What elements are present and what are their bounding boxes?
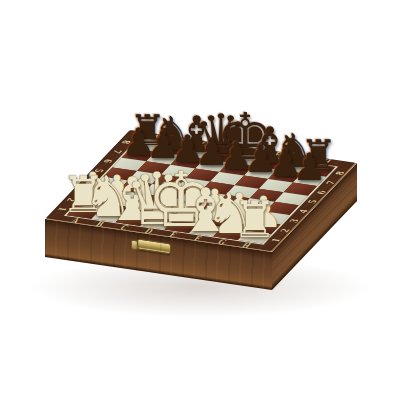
piece-white-rook-h1[interactable]: ♜ [232,195,277,245]
piece-black-pawn-h7[interactable]: ♟ [292,148,326,186]
pieces-layer: ♜♞♝♛♚♝♞♜♟♟♟♟♟♟♟♟♟♟♟♟♟♟♟♟♜♞♝♛♚♝♞♜ [0,0,400,400]
chess-set-scene: AABBCCDDEEFFGGHH8877665544332211 ♜♞♝♛♚♝♞… [0,0,400,400]
